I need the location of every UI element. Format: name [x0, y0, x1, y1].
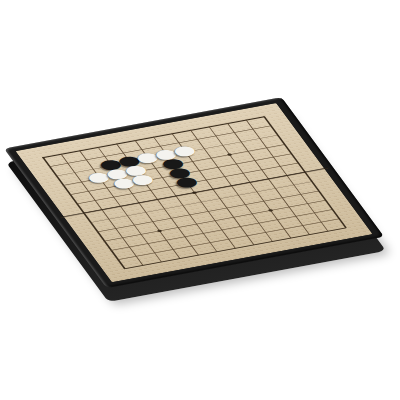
- grid-line: [104, 200, 326, 241]
- grid-line: [110, 209, 332, 250]
- go-stone-white: ●: [129, 173, 154, 186]
- go-stone-white: ●: [171, 144, 196, 157]
- go-stone-black: ●: [173, 175, 198, 188]
- product-photo: ●●●●●●●●●●●●●: [0, 0, 400, 400]
- grid-line: [97, 191, 319, 232]
